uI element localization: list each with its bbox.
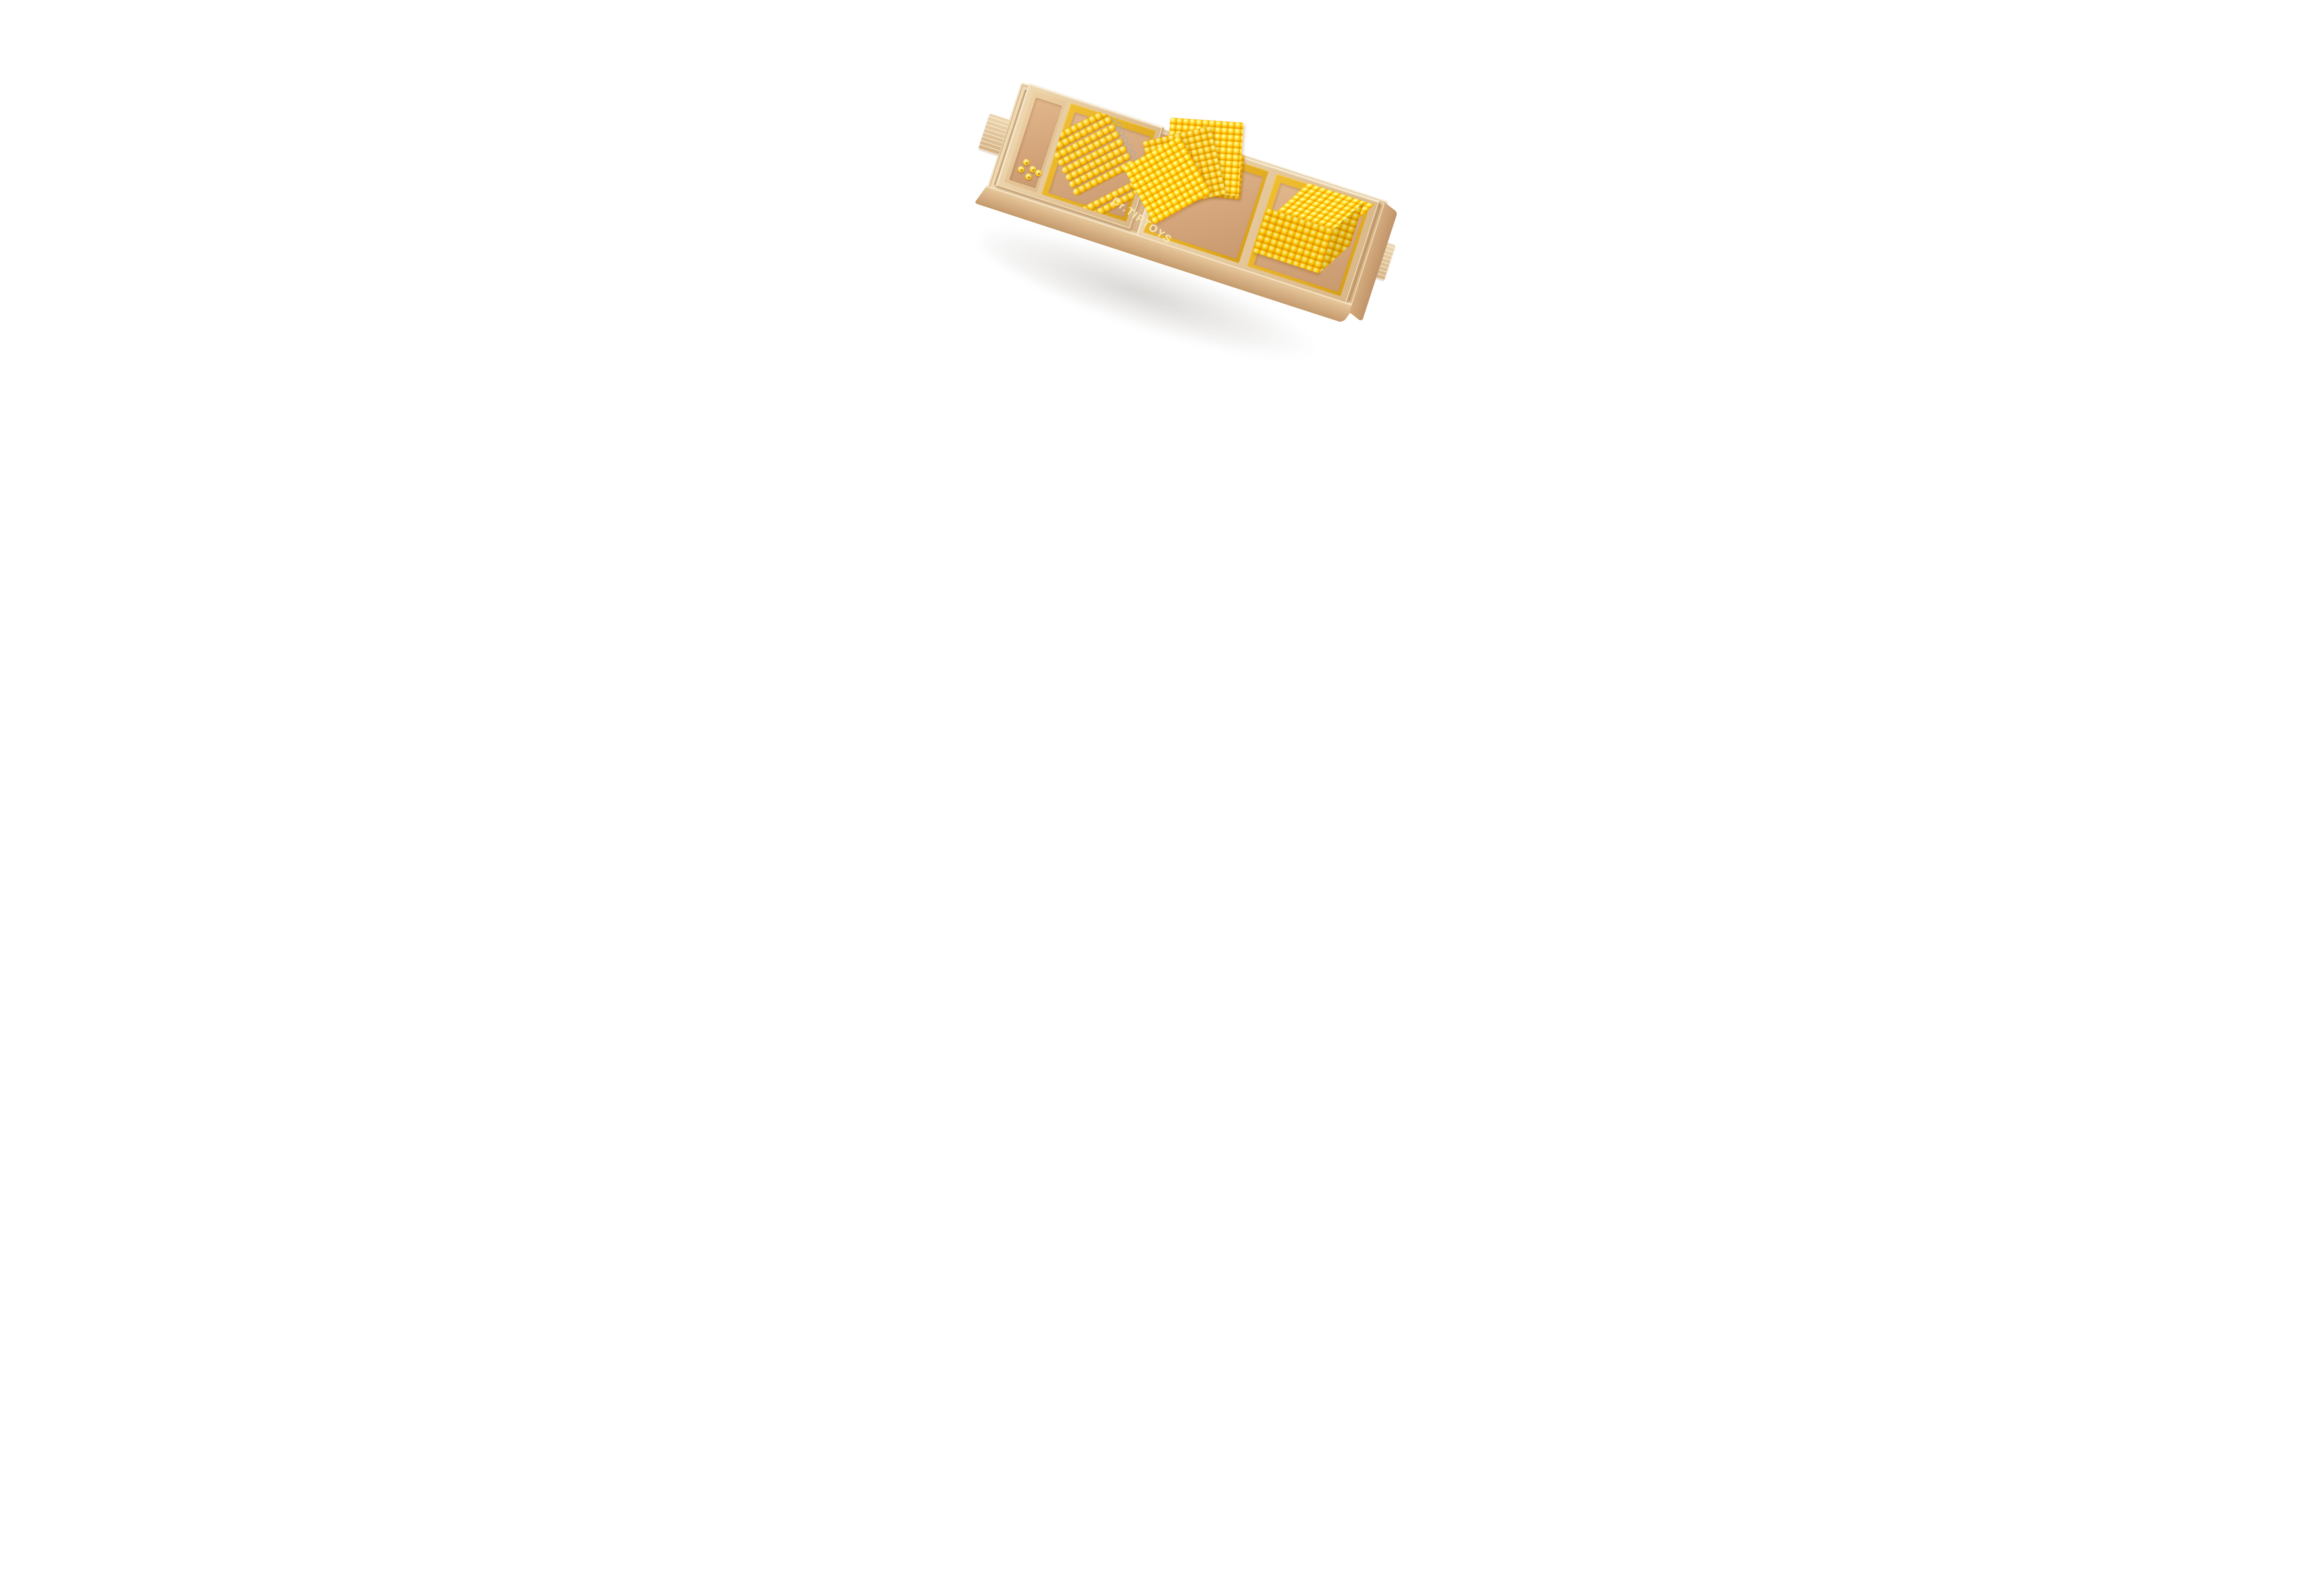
wire-loop-icon (1118, 129, 1125, 137)
wire-loop-icon (1126, 143, 1133, 152)
unit-bead (1022, 158, 1030, 166)
wire-loop-icon (1107, 107, 1114, 115)
unit-bead (1024, 172, 1033, 181)
wire-loop-icon (1115, 121, 1122, 130)
wire-loop-icon (1129, 151, 1136, 159)
unit-bead (1017, 165, 1025, 174)
page-background: Cr.TIPTOYS (813, 0, 1511, 392)
wire-loop-icon (1122, 136, 1129, 145)
wire-loop-icon (1111, 114, 1118, 123)
